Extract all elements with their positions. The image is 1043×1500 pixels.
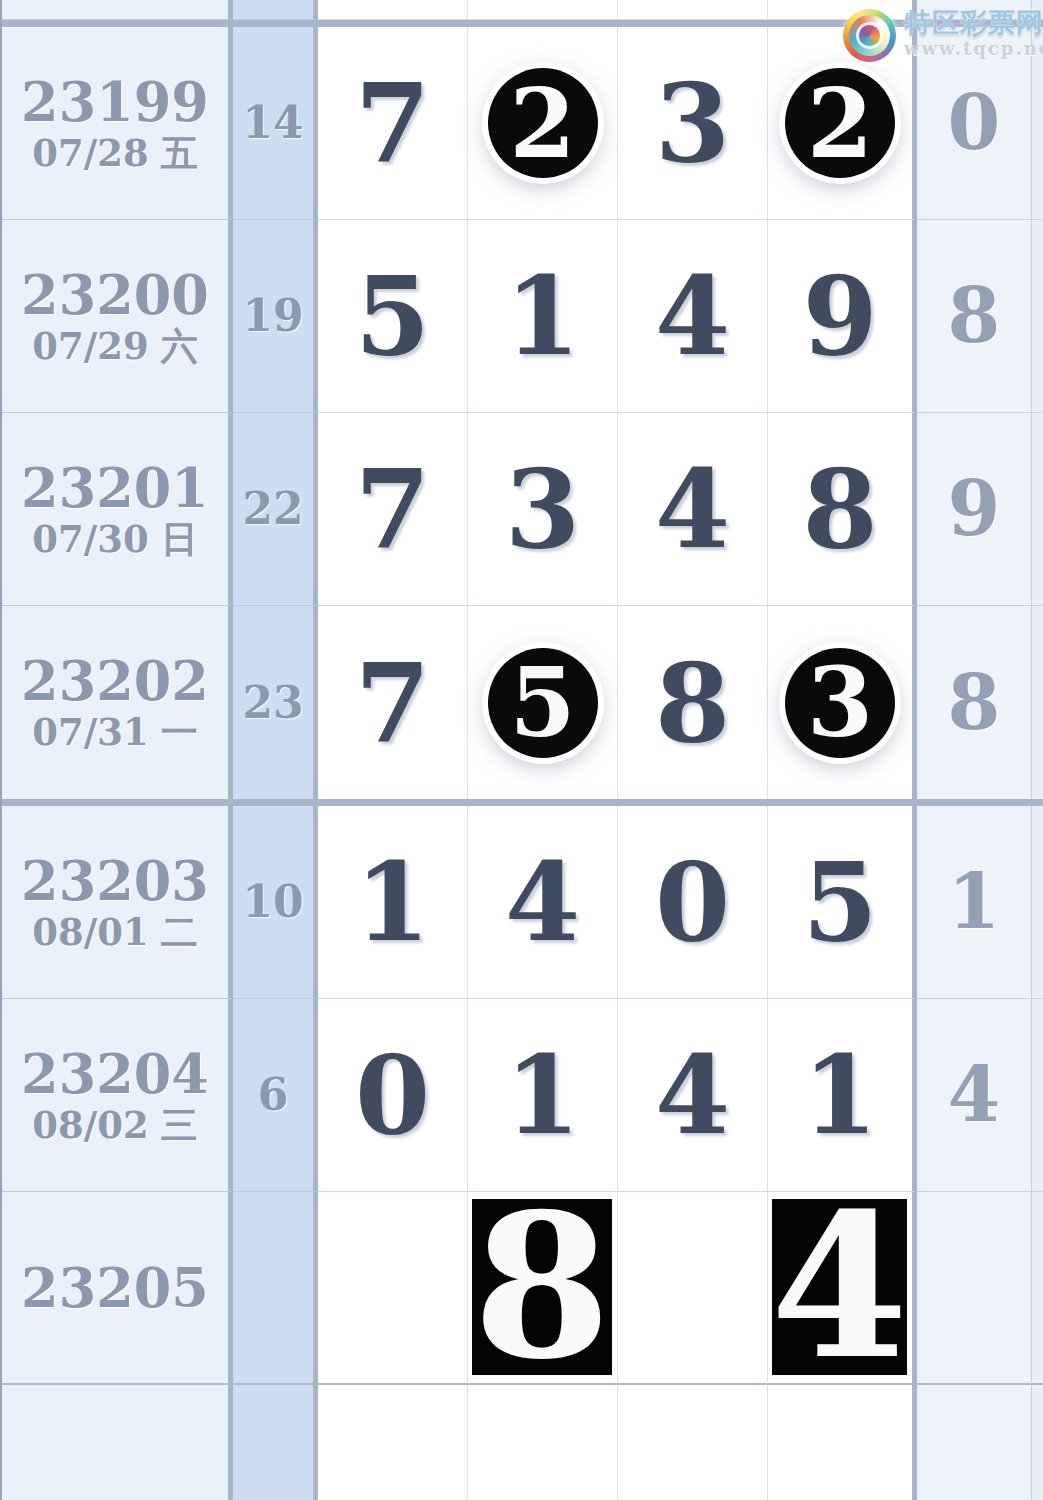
sum-value: 22 (242, 487, 303, 531)
site-logo-text: 特区彩票网 www.tqcp.net (904, 9, 1043, 58)
digit-cell: 3 (468, 413, 618, 606)
site-url: www.tqcp.net (904, 40, 1043, 58)
sum-cell: 14 (233, 27, 318, 220)
digit-cell: 1 (318, 806, 468, 999)
draw-date: 08/02 (32, 1107, 149, 1144)
digit-cell: 4 (468, 806, 618, 999)
draw-row: 2320584 (2, 1192, 1043, 1385)
digit-cell (318, 1385, 468, 1500)
digit-cell: 7 (318, 413, 468, 606)
period-number: 23204 (21, 1047, 209, 1101)
digit-value: 9 (802, 262, 877, 370)
site-name: 特区彩票网 (904, 9, 1043, 36)
sum-value: 10 (242, 880, 303, 924)
digit-cell: 7 (318, 606, 468, 799)
tail-digit-value: 4 (948, 1057, 1001, 1133)
tail-digit-cell: 8 (917, 606, 1032, 799)
digit-cell: 2 (468, 27, 618, 220)
highlight-box: 8 (472, 1199, 612, 1375)
tail-digit-cell: 1 (917, 806, 1032, 999)
period-cell: 2320207/31一 (2, 606, 233, 799)
digit-cell (318, 1192, 468, 1385)
tail-digit-value: 1 (948, 864, 1001, 940)
filler-cell (1032, 999, 1043, 1192)
digit-value: 4 (655, 1041, 730, 1149)
sum-cell: 6 (233, 999, 318, 1192)
draw-row: 2320408/02三601414 (2, 999, 1043, 1192)
digit-value: 8 (655, 649, 730, 757)
digit-cell: 5 (318, 220, 468, 413)
digit-cell: 1 (768, 999, 917, 1192)
draw-date-line: 08/02三 (32, 1107, 198, 1144)
draw-date-line: 08/01二 (32, 914, 198, 951)
sum-cell: 23 (233, 606, 318, 799)
draw-date: 07/30 (32, 521, 149, 558)
draw-row: 2320308/01二1014051 (2, 806, 1043, 999)
period-number: 23201 (21, 461, 209, 515)
filler-cell (1032, 1192, 1043, 1385)
draw-row: 2320007/29六1951498 (2, 220, 1043, 413)
tail-digit-value: 8 (948, 278, 1001, 354)
tail-digit-cell (917, 1385, 1032, 1500)
digit-value: 1 (802, 1041, 877, 1149)
digit-value: 3 (807, 655, 873, 750)
highlight-circle: 2 (785, 68, 895, 178)
sum-cell (233, 0, 318, 20)
draw-date-line: 07/31一 (32, 714, 198, 751)
draw-date-line: 07/30日 (32, 521, 198, 558)
tail-digit-cell (917, 1192, 1032, 1385)
period-number: 23203 (21, 854, 209, 908)
digit-cell: 1 (468, 220, 618, 413)
digit-value: 0 (355, 1041, 430, 1149)
site-logo[interactable]: 特区彩票网 www.tqcp.net (843, 9, 1043, 62)
digit-cell: 4 (618, 413, 768, 606)
digit-value: 8 (802, 455, 877, 563)
tail-digit-cell: 4 (917, 999, 1032, 1192)
filler-cell (1032, 606, 1043, 799)
period-number: 23199 (21, 75, 209, 129)
tail-digit-value: 0 (948, 85, 1001, 161)
draw-weekday: 三 (161, 1107, 198, 1144)
chart-body: 2319907/28五14723202320007/29六19514982320… (2, 0, 1043, 1500)
digit-cell: 5 (768, 806, 917, 999)
digit-cell: 1 (468, 999, 618, 1192)
sum-cell: 10 (233, 806, 318, 999)
partial-row (2, 1385, 1043, 1500)
digit-cell: 5 (468, 606, 618, 799)
period-cell: 2320308/01二 (2, 806, 233, 999)
draw-weekday: 一 (161, 714, 198, 751)
period-cell (2, 1385, 233, 1500)
draw-weekday: 日 (161, 521, 198, 558)
period-number: 23202 (21, 654, 209, 708)
draw-weekday: 二 (161, 914, 198, 951)
draw-date-line: 07/28五 (32, 135, 198, 172)
digit-cell: 9 (768, 220, 917, 413)
draw-weekday: 五 (161, 135, 198, 172)
period-cell (2, 0, 233, 20)
draw-date: 08/01 (32, 914, 149, 951)
digit-cell (468, 0, 618, 20)
digit-value: 4 (505, 848, 580, 956)
period-cell: 2320408/02三 (2, 999, 233, 1192)
digit-value: 3 (505, 455, 580, 563)
digit-value: 5 (509, 655, 575, 750)
filler-cell (1032, 1385, 1043, 1500)
tail-digit-cell: 8 (917, 220, 1032, 413)
digit-value: 4 (655, 262, 730, 370)
sum-value: 19 (242, 294, 303, 338)
sum-cell: 22 (233, 413, 318, 606)
filler-cell (1032, 220, 1043, 413)
sum-value: 14 (242, 101, 303, 145)
group-separator (2, 799, 1043, 806)
digit-cell: 4 (618, 999, 768, 1192)
period-cell: 2320107/30日 (2, 413, 233, 606)
digit-value: 1 (505, 1041, 580, 1149)
lottery-trend-chart: 2319907/28五14723202320007/29六19514982320… (0, 0, 1043, 1500)
digit-cell: 4 (618, 220, 768, 413)
digit-value: 7 (355, 455, 430, 563)
digit-cell: 8 (618, 606, 768, 799)
highlight-circle: 2 (488, 68, 598, 178)
period-number: 23205 (21, 1261, 209, 1315)
digit-cell: 3 (618, 27, 768, 220)
tail-digit-value: 9 (948, 471, 1001, 547)
digit-cell: 8 (768, 413, 917, 606)
digit-value: 4 (655, 455, 730, 563)
draw-row: 2320107/30日2273489 (2, 413, 1043, 606)
digit-value: 0 (655, 848, 730, 956)
period-number: 23200 (21, 268, 209, 322)
sum-cell (233, 1385, 318, 1500)
digit-value: 1 (355, 848, 430, 956)
tail-digit-cell: 9 (917, 413, 1032, 606)
highlight-box: 4 (772, 1199, 907, 1375)
digit-cell (618, 0, 768, 20)
period-cell: 2319907/28五 (2, 27, 233, 220)
digit-value: 4 (771, 1188, 909, 1386)
digit-value: 5 (355, 262, 430, 370)
digit-cell (618, 1192, 768, 1385)
swirl-logo-icon (843, 9, 896, 62)
digit-cell (318, 0, 468, 20)
digit-cell: 0 (318, 999, 468, 1192)
sum-cell: 19 (233, 220, 318, 413)
digit-value: 7 (355, 649, 430, 757)
draw-row: 2320207/31一2375838 (2, 606, 1043, 799)
highlight-circle: 5 (488, 648, 598, 758)
digit-cell: 4 (768, 1192, 917, 1385)
draw-date-line: 07/29六 (32, 328, 198, 365)
digit-cell (618, 1385, 768, 1500)
digit-value: 8 (473, 1188, 611, 1386)
digit-cell (768, 1385, 917, 1500)
digit-value: 1 (505, 262, 580, 370)
tail-digit-value: 8 (948, 665, 1001, 741)
draw-date: 07/28 (32, 135, 149, 172)
sum-cell (233, 1192, 318, 1385)
digit-cell: 8 (468, 1192, 618, 1385)
filler-cell (1032, 806, 1043, 999)
draw-weekday: 六 (161, 328, 198, 365)
digit-value: 2 (509, 76, 575, 171)
draw-date: 07/29 (32, 328, 149, 365)
period-cell: 23205 (2, 1192, 233, 1385)
digit-value: 3 (655, 69, 730, 177)
digit-cell: 3 (768, 606, 917, 799)
digit-value: 5 (802, 848, 877, 956)
digit-value: 2 (807, 76, 873, 171)
filler-cell (1032, 413, 1043, 606)
digit-cell (468, 1385, 618, 1500)
digit-cell: 0 (618, 806, 768, 999)
digit-value: 7 (355, 69, 430, 177)
draw-date: 07/31 (32, 714, 149, 751)
highlight-circle: 3 (785, 648, 895, 758)
sum-value: 6 (258, 1073, 289, 1117)
digit-cell: 7 (318, 27, 468, 220)
period-cell: 2320007/29六 (2, 220, 233, 413)
sum-value: 23 (242, 681, 303, 725)
